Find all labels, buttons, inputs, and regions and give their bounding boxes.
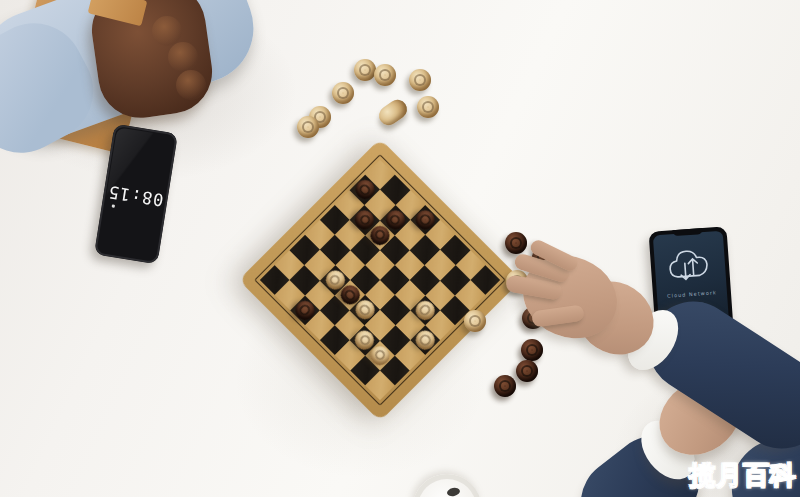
pawn-top-ring xyxy=(469,315,481,327)
pawn-top-ring xyxy=(357,212,372,227)
pawn-top-ring xyxy=(372,227,387,242)
checkerboard-grid[interactable] xyxy=(260,160,500,400)
chess-pawn-dark[interactable] xyxy=(521,339,543,361)
chess-pawn-light[interactable] xyxy=(464,310,486,332)
chess-pawn-dark[interactable] xyxy=(494,375,516,397)
chess-pawn-light[interactable] xyxy=(409,69,431,91)
coffee-cup-lid xyxy=(413,474,481,497)
knuckle xyxy=(168,42,198,72)
pawn-top-ring xyxy=(359,64,371,76)
chess-pawn-light[interactable] xyxy=(297,116,319,138)
chess-pawn-light-tipped[interactable] xyxy=(375,96,410,129)
knuckle xyxy=(152,16,182,46)
pawn-top-ring xyxy=(418,303,433,318)
pawn-top-ring xyxy=(357,303,372,318)
pawn-top-ring xyxy=(387,212,402,227)
chess-pawn-dark[interactable] xyxy=(505,232,527,254)
pawn-top-ring xyxy=(337,87,349,99)
chess-pawn-light[interactable] xyxy=(417,96,439,118)
pawn-top-ring xyxy=(521,365,533,377)
table-scene: Cloud Network 08:15 揽月 xyxy=(0,0,800,497)
cloud-upload-download-icon xyxy=(665,243,716,290)
watermark: 揽月百科 xyxy=(689,458,797,493)
pawn-top-ring xyxy=(418,333,433,348)
pawn-top-ring xyxy=(422,101,434,113)
pawn-top-ring xyxy=(510,237,522,249)
pawn-top-ring xyxy=(357,182,372,197)
pawn-top-ring xyxy=(302,121,314,133)
status-dot-icon xyxy=(112,204,115,207)
pawn-top-ring xyxy=(526,344,538,356)
chess-pawn-dark[interactable] xyxy=(516,360,538,382)
chess-pawn-light[interactable] xyxy=(374,64,396,86)
pawn-top-ring xyxy=(297,303,312,318)
pawn-top-ring xyxy=(372,348,387,363)
chess-pawn-light[interactable] xyxy=(354,59,376,81)
cup-lid-drink-hole xyxy=(446,487,460,497)
pawn-top-ring xyxy=(342,287,357,302)
knuckle xyxy=(176,70,206,100)
pawn-top-ring xyxy=(357,333,372,348)
pawn-top-ring xyxy=(327,272,342,287)
chess-pawn-light[interactable] xyxy=(332,82,354,104)
pawn-top-ring xyxy=(418,212,433,227)
pawn-top-ring xyxy=(414,74,426,86)
chess-board[interactable] xyxy=(239,139,522,422)
pawn-top-ring xyxy=(379,69,391,81)
pawn-top-ring xyxy=(499,380,511,392)
